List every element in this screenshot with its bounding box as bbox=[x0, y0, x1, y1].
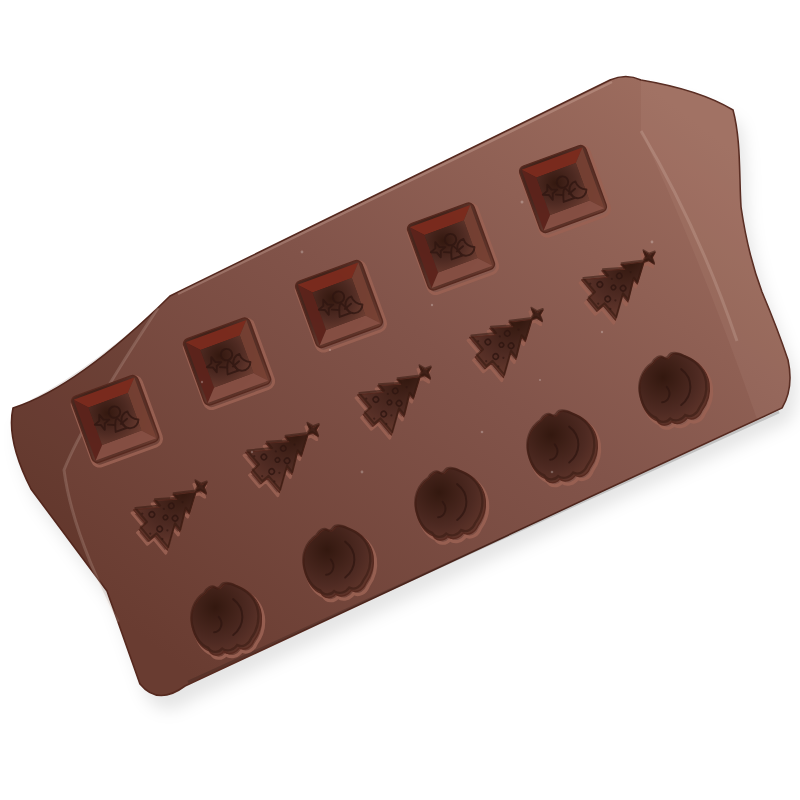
product-photo-svg bbox=[0, 0, 800, 800]
photo-stage bbox=[0, 0, 800, 800]
